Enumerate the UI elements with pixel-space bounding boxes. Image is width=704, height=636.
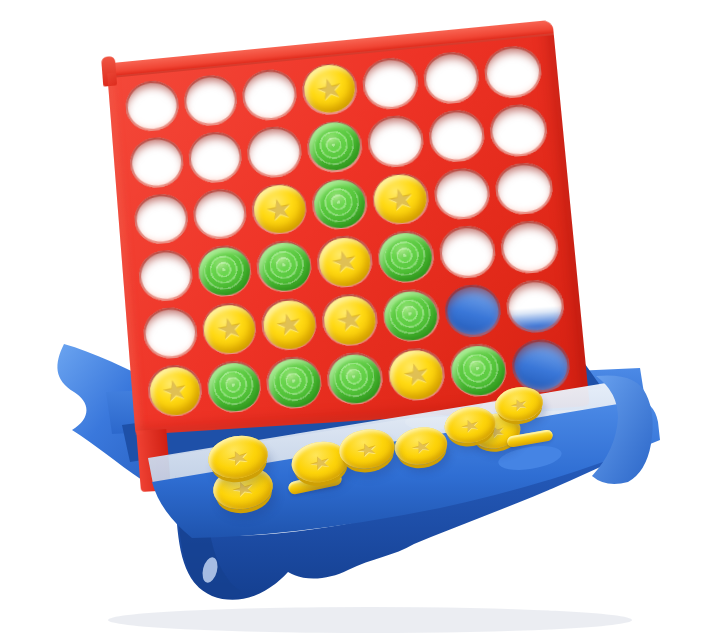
cell-r4c6 (437, 224, 497, 280)
star-emboss-icon: ★ (305, 451, 335, 474)
cell-r3c7 (494, 161, 555, 217)
cell-r4c5 (376, 229, 436, 284)
cell-r2c1 (128, 135, 184, 189)
cell-r2c7 (488, 102, 549, 158)
disc-yellow: ★ (252, 183, 307, 235)
star-emboss-icon: ★ (227, 476, 258, 500)
star-emboss-icon: ★ (407, 435, 434, 456)
disc-yellow: ★ (373, 173, 429, 225)
cell-r4c1 (137, 249, 194, 303)
cell-r3c4 (310, 176, 369, 231)
star-emboss-icon: ★ (353, 438, 382, 460)
cell-r3c5: ★ (371, 171, 430, 226)
cell-r4c2 (196, 244, 253, 299)
game-tray-front (40, 330, 704, 636)
cell-r2c4 (305, 119, 364, 174)
disc-green (257, 241, 312, 293)
star-emboss-icon: ★ (313, 73, 347, 106)
star-emboss-icon: ★ (507, 394, 532, 413)
cell-r3c3: ★ (251, 182, 309, 237)
disc-yellow: ★ (317, 236, 372, 288)
ground-shadow (108, 607, 632, 633)
cell-r1c2 (182, 73, 239, 128)
cell-r3c2 (191, 187, 248, 242)
cell-r2c5 (366, 113, 425, 169)
cell-r2c3 (246, 124, 304, 179)
cell-r3c6 (432, 166, 492, 222)
cell-r2c2 (187, 130, 244, 185)
board-corner-tab (101, 56, 117, 87)
star-emboss-icon: ★ (328, 246, 362, 279)
cell-r1c4: ★ (300, 62, 358, 117)
disc-green (307, 121, 362, 173)
cell-r1c1 (124, 79, 180, 133)
star-emboss-icon: ★ (222, 445, 253, 469)
star-emboss-icon: ★ (457, 415, 484, 435)
cell-r5c7 (505, 279, 566, 335)
cell-r1c7 (483, 44, 544, 100)
disc-green (198, 246, 252, 297)
cell-r1c5 (361, 56, 420, 112)
cell-r2c6 (427, 108, 487, 164)
cell-r1c3 (241, 67, 299, 122)
star-emboss-icon: ★ (383, 183, 418, 216)
cell-r4c3 (255, 239, 313, 294)
star-emboss-icon: ★ (263, 193, 297, 226)
cell-r4c7 (499, 219, 560, 275)
cell-r1c6 (421, 50, 481, 106)
cell-r4c4: ★ (315, 234, 374, 289)
disc-yellow: ★ (302, 63, 357, 115)
disc-green (378, 231, 434, 283)
disc-green (312, 178, 367, 230)
cell-r3c1 (133, 192, 190, 246)
connect-four-product-photo: ★★★★★★★★★ (0, 0, 704, 636)
